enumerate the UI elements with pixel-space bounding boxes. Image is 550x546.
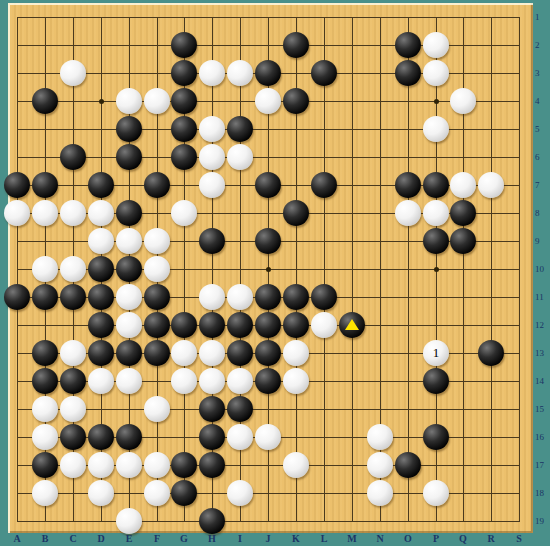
black-stone[interactable] xyxy=(255,228,281,254)
row-label: 19 xyxy=(535,516,549,526)
grid-line-horizontal xyxy=(17,521,520,522)
white-stone[interactable] xyxy=(367,480,393,506)
white-stone[interactable] xyxy=(88,228,114,254)
white-stone[interactable] xyxy=(4,200,30,226)
white-stone[interactable] xyxy=(88,452,114,478)
black-stone[interactable] xyxy=(32,88,58,114)
black-stone[interactable] xyxy=(116,116,142,142)
black-stone[interactable] xyxy=(255,312,281,338)
row-label: 13 xyxy=(535,348,549,358)
white-stone[interactable] xyxy=(116,368,142,394)
row-label: 14 xyxy=(535,376,549,386)
white-stone[interactable] xyxy=(255,424,281,450)
column-label: E xyxy=(120,533,138,544)
white-stone[interactable] xyxy=(116,228,142,254)
black-stone[interactable] xyxy=(32,340,58,366)
white-stone[interactable] xyxy=(283,452,309,478)
row-label: 5 xyxy=(535,124,549,134)
star-point xyxy=(99,99,104,104)
black-stone[interactable] xyxy=(32,172,58,198)
white-stone[interactable] xyxy=(423,60,449,86)
black-stone[interactable] xyxy=(88,424,114,450)
black-stone[interactable] xyxy=(32,284,58,310)
white-stone[interactable] xyxy=(199,284,225,310)
white-stone[interactable] xyxy=(395,200,421,226)
star-point xyxy=(434,99,439,104)
black-stone[interactable] xyxy=(423,424,449,450)
white-stone[interactable] xyxy=(116,88,142,114)
white-stone[interactable] xyxy=(450,88,476,114)
grid-line-vertical xyxy=(519,17,520,522)
black-stone[interactable] xyxy=(199,452,225,478)
black-stone[interactable] xyxy=(171,32,197,58)
black-stone[interactable] xyxy=(116,424,142,450)
star-point xyxy=(266,267,271,272)
white-stone[interactable] xyxy=(423,32,449,58)
column-label: G xyxy=(175,533,193,544)
white-stone[interactable] xyxy=(144,396,170,422)
black-stone[interactable] xyxy=(60,368,86,394)
black-stone[interactable] xyxy=(311,284,337,310)
row-label: 8 xyxy=(535,208,549,218)
black-stone[interactable] xyxy=(199,508,225,534)
black-stone[interactable] xyxy=(283,284,309,310)
black-stone[interactable] xyxy=(199,396,225,422)
white-stone[interactable] xyxy=(450,172,476,198)
triangle-marker xyxy=(345,319,359,330)
white-stone[interactable] xyxy=(227,144,253,170)
black-stone[interactable] xyxy=(4,284,30,310)
column-label: P xyxy=(427,533,445,544)
black-stone[interactable] xyxy=(88,284,114,310)
column-label: L xyxy=(315,533,333,544)
white-stone[interactable] xyxy=(116,452,142,478)
column-label: H xyxy=(203,533,221,544)
white-stone[interactable] xyxy=(199,144,225,170)
black-stone[interactable] xyxy=(311,172,337,198)
white-stone[interactable] xyxy=(32,480,58,506)
white-stone[interactable] xyxy=(144,452,170,478)
black-stone[interactable] xyxy=(171,88,197,114)
white-stone[interactable] xyxy=(144,88,170,114)
white-stone[interactable] xyxy=(423,116,449,142)
column-label: J xyxy=(259,533,277,544)
row-label: 18 xyxy=(535,488,549,498)
black-stone[interactable] xyxy=(255,172,281,198)
black-stone[interactable] xyxy=(311,60,337,86)
black-stone[interactable] xyxy=(423,228,449,254)
column-label: B xyxy=(36,533,54,544)
column-label: R xyxy=(482,533,500,544)
white-stone[interactable] xyxy=(199,116,225,142)
black-stone[interactable] xyxy=(227,340,253,366)
black-stone[interactable] xyxy=(88,172,114,198)
white-stone[interactable] xyxy=(60,340,86,366)
white-stone[interactable] xyxy=(32,396,58,422)
column-label: N xyxy=(371,533,389,544)
black-stone[interactable] xyxy=(255,284,281,310)
grid-line-vertical xyxy=(352,17,353,522)
white-stone[interactable] xyxy=(32,200,58,226)
white-stone[interactable] xyxy=(227,368,253,394)
white-stone[interactable] xyxy=(60,200,86,226)
row-label: 7 xyxy=(535,180,549,190)
black-stone[interactable] xyxy=(423,368,449,394)
black-stone[interactable] xyxy=(171,116,197,142)
column-label: K xyxy=(287,533,305,544)
row-label: 1 xyxy=(535,12,549,22)
black-stone[interactable] xyxy=(255,368,281,394)
row-label: 11 xyxy=(535,292,549,302)
row-label: 12 xyxy=(535,320,549,330)
black-stone[interactable] xyxy=(60,424,86,450)
white-stone[interactable] xyxy=(227,60,253,86)
black-stone[interactable] xyxy=(60,284,86,310)
column-label: Q xyxy=(454,533,472,544)
black-stone[interactable] xyxy=(450,200,476,226)
black-stone[interactable] xyxy=(88,312,114,338)
white-stone[interactable] xyxy=(60,256,86,282)
white-stone[interactable] xyxy=(116,284,142,310)
white-stone[interactable] xyxy=(423,200,449,226)
column-label: S xyxy=(510,533,528,544)
white-stone[interactable] xyxy=(227,424,253,450)
white-stone[interactable] xyxy=(478,172,504,198)
white-stone[interactable] xyxy=(32,424,58,450)
white-stone[interactable] xyxy=(144,480,170,506)
black-stone[interactable] xyxy=(199,424,225,450)
black-stone[interactable] xyxy=(171,60,197,86)
black-stone[interactable] xyxy=(283,312,309,338)
black-stone[interactable] xyxy=(395,60,421,86)
white-stone[interactable] xyxy=(199,340,225,366)
white-stone[interactable] xyxy=(283,340,309,366)
black-stone[interactable] xyxy=(283,88,309,114)
white-stone[interactable] xyxy=(227,284,253,310)
black-stone[interactable] xyxy=(144,312,170,338)
black-stone[interactable] xyxy=(144,172,170,198)
white-stone[interactable] xyxy=(311,312,337,338)
white-stone[interactable] xyxy=(199,172,225,198)
go-board[interactable]: 1 xyxy=(8,3,533,533)
grid-line-vertical xyxy=(491,17,492,522)
white-stone[interactable] xyxy=(199,60,225,86)
black-stone[interactable] xyxy=(227,116,253,142)
row-label: 15 xyxy=(535,404,549,414)
black-stone[interactable] xyxy=(395,32,421,58)
white-stone[interactable] xyxy=(116,312,142,338)
row-label: 16 xyxy=(535,432,549,442)
black-stone[interactable] xyxy=(32,452,58,478)
white-stone[interactable] xyxy=(199,368,225,394)
black-stone[interactable] xyxy=(116,200,142,226)
black-stone[interactable] xyxy=(171,312,197,338)
column-label: F xyxy=(148,533,166,544)
white-stone[interactable] xyxy=(144,228,170,254)
black-stone[interactable] xyxy=(227,312,253,338)
row-label: 10 xyxy=(535,264,549,274)
star-point xyxy=(434,267,439,272)
white-stone[interactable] xyxy=(60,452,86,478)
black-stone[interactable] xyxy=(395,172,421,198)
row-label: 4 xyxy=(535,96,549,106)
black-stone[interactable] xyxy=(171,480,197,506)
grid-line-horizontal xyxy=(17,409,520,410)
black-stone[interactable] xyxy=(255,60,281,86)
black-stone[interactable] xyxy=(116,256,142,282)
row-label: 17 xyxy=(535,460,549,470)
black-stone[interactable] xyxy=(116,340,142,366)
black-stone[interactable] xyxy=(423,172,449,198)
white-stone[interactable] xyxy=(283,368,309,394)
black-stone[interactable] xyxy=(60,144,86,170)
black-stone[interactable] xyxy=(88,340,114,366)
white-stone[interactable] xyxy=(367,452,393,478)
column-label: A xyxy=(8,533,26,544)
white-stone[interactable] xyxy=(227,480,253,506)
white-stone[interactable] xyxy=(60,60,86,86)
white-stone[interactable] xyxy=(116,508,142,534)
row-label: 3 xyxy=(535,68,549,78)
column-label: O xyxy=(399,533,417,544)
black-stone[interactable] xyxy=(199,228,225,254)
black-stone[interactable] xyxy=(283,200,309,226)
white-stone[interactable] xyxy=(60,396,86,422)
black-stone[interactable] xyxy=(478,340,504,366)
white-stone[interactable] xyxy=(88,368,114,394)
black-stone[interactable] xyxy=(171,144,197,170)
white-stone[interactable] xyxy=(423,480,449,506)
black-stone[interactable] xyxy=(283,32,309,58)
white-stone[interactable] xyxy=(88,200,114,226)
column-label: M xyxy=(343,533,361,544)
black-stone[interactable] xyxy=(4,172,30,198)
column-label: I xyxy=(231,533,249,544)
black-stone[interactable] xyxy=(255,340,281,366)
white-stone[interactable] xyxy=(88,480,114,506)
row-label: 9 xyxy=(535,236,549,246)
white-stone[interactable] xyxy=(367,424,393,450)
white-stone[interactable] xyxy=(171,368,197,394)
move-number-label: 1 xyxy=(423,340,449,366)
white-stone[interactable] xyxy=(171,340,197,366)
row-label: 6 xyxy=(535,152,549,162)
go-game-window: 1 ABCDEFGHIJKLMNOPQRS1234567891011121314… xyxy=(0,0,550,546)
column-label: D xyxy=(92,533,110,544)
column-label: C xyxy=(64,533,82,544)
black-stone[interactable] xyxy=(450,228,476,254)
black-stone[interactable] xyxy=(227,396,253,422)
black-stone[interactable] xyxy=(171,452,197,478)
black-stone[interactable] xyxy=(116,144,142,170)
black-stone[interactable] xyxy=(199,312,225,338)
white-stone[interactable] xyxy=(171,200,197,226)
black-stone[interactable] xyxy=(395,452,421,478)
white-stone[interactable] xyxy=(32,256,58,282)
black-stone[interactable] xyxy=(88,256,114,282)
black-stone[interactable] xyxy=(144,284,170,310)
grid-line-vertical xyxy=(408,17,409,522)
black-stone[interactable] xyxy=(144,340,170,366)
row-label: 2 xyxy=(535,40,549,50)
white-stone[interactable] xyxy=(144,256,170,282)
grid-line-vertical xyxy=(324,17,325,522)
black-stone[interactable] xyxy=(32,368,58,394)
white-stone[interactable] xyxy=(255,88,281,114)
